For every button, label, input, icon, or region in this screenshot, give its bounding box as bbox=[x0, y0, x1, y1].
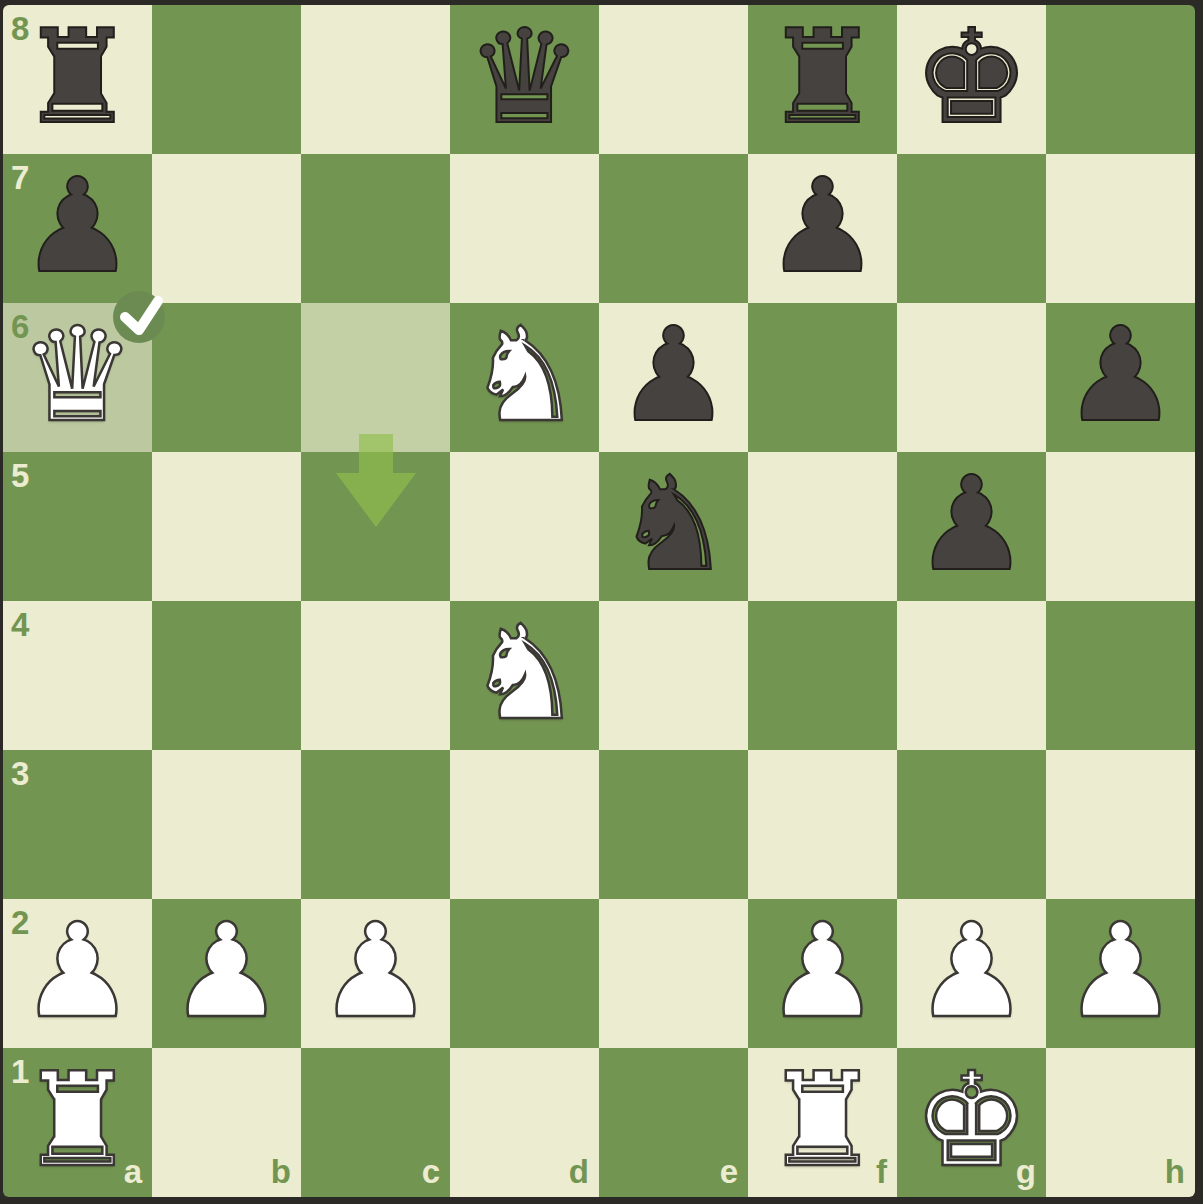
square-g7[interactable] bbox=[897, 154, 1046, 303]
square-g5[interactable]: ♟ bbox=[897, 452, 1046, 601]
square-a6[interactable]: 6♛ bbox=[3, 303, 152, 452]
square-f4[interactable] bbox=[748, 601, 897, 750]
square-c4[interactable] bbox=[301, 601, 450, 750]
white-pawn[interactable]: ♟ bbox=[19, 906, 136, 1036]
black-pawn[interactable]: ♟ bbox=[1062, 310, 1179, 440]
square-b3[interactable] bbox=[152, 750, 301, 899]
square-h6[interactable]: ♟ bbox=[1046, 303, 1195, 452]
square-g3[interactable] bbox=[897, 750, 1046, 899]
square-a4[interactable]: 4 bbox=[3, 601, 152, 750]
square-d1[interactable]: d bbox=[450, 1048, 599, 1197]
black-pawn[interactable]: ♟ bbox=[615, 310, 732, 440]
square-b5[interactable] bbox=[152, 452, 301, 601]
white-king[interactable]: ♚ bbox=[913, 1055, 1030, 1185]
square-h3[interactable] bbox=[1046, 750, 1195, 899]
square-c1[interactable]: c bbox=[301, 1048, 450, 1197]
square-a3[interactable]: 3 bbox=[3, 750, 152, 899]
square-b1[interactable]: b bbox=[152, 1048, 301, 1197]
square-b8[interactable] bbox=[152, 5, 301, 154]
square-f7[interactable]: ♟ bbox=[748, 154, 897, 303]
square-a1[interactable]: 1a♜ bbox=[3, 1048, 152, 1197]
black-queen[interactable]: ♛ bbox=[466, 12, 583, 142]
square-d2[interactable] bbox=[450, 899, 599, 1048]
square-e3[interactable] bbox=[599, 750, 748, 899]
file-label-e: e bbox=[720, 1153, 738, 1191]
black-pawn[interactable]: ♟ bbox=[913, 459, 1030, 589]
square-c2[interactable]: ♟ bbox=[301, 899, 450, 1048]
chess-board-container: 8♜♛♜♚7♟♟6♛♞♟♟5♞♟4♞32♟♟♟♟♟♟1a♜bcdef♜g♚h bbox=[0, 0, 1203, 1204]
square-c8[interactable] bbox=[301, 5, 450, 154]
square-g1[interactable]: g♚ bbox=[897, 1048, 1046, 1197]
square-h8[interactable] bbox=[1046, 5, 1195, 154]
square-c5[interactable] bbox=[301, 452, 450, 601]
square-c7[interactable] bbox=[301, 154, 450, 303]
chess-board[interactable]: 8♜♛♜♚7♟♟6♛♞♟♟5♞♟4♞32♟♟♟♟♟♟1a♜bcdef♜g♚h bbox=[3, 5, 1195, 1197]
black-rook[interactable]: ♜ bbox=[764, 12, 881, 142]
square-f6[interactable] bbox=[748, 303, 897, 452]
square-b2[interactable]: ♟ bbox=[152, 899, 301, 1048]
square-e4[interactable] bbox=[599, 601, 748, 750]
square-f5[interactable] bbox=[748, 452, 897, 601]
square-a5[interactable]: 5 bbox=[3, 452, 152, 601]
file-label-b: b bbox=[271, 1153, 291, 1191]
square-h2[interactable]: ♟ bbox=[1046, 899, 1195, 1048]
white-rook[interactable]: ♜ bbox=[764, 1055, 881, 1185]
square-e1[interactable]: e bbox=[599, 1048, 748, 1197]
square-e2[interactable] bbox=[599, 899, 748, 1048]
file-label-c: c bbox=[422, 1153, 440, 1191]
square-h4[interactable] bbox=[1046, 601, 1195, 750]
black-knight[interactable]: ♞ bbox=[615, 459, 732, 589]
rank-label-4: 4 bbox=[11, 606, 29, 644]
square-c3[interactable] bbox=[301, 750, 450, 899]
black-king[interactable]: ♚ bbox=[913, 12, 1030, 142]
white-pawn[interactable]: ♟ bbox=[1062, 906, 1179, 1036]
file-label-d: d bbox=[569, 1153, 589, 1191]
white-knight[interactable]: ♞ bbox=[466, 310, 583, 440]
square-h7[interactable] bbox=[1046, 154, 1195, 303]
square-c6[interactable] bbox=[301, 303, 450, 452]
square-h5[interactable] bbox=[1046, 452, 1195, 601]
black-pawn[interactable]: ♟ bbox=[764, 161, 881, 291]
square-b4[interactable] bbox=[152, 601, 301, 750]
square-g4[interactable] bbox=[897, 601, 1046, 750]
square-f3[interactable] bbox=[748, 750, 897, 899]
white-pawn[interactable]: ♟ bbox=[764, 906, 881, 1036]
file-label-h: h bbox=[1165, 1153, 1185, 1191]
square-d7[interactable] bbox=[450, 154, 599, 303]
square-d6[interactable]: ♞ bbox=[450, 303, 599, 452]
square-f1[interactable]: f♜ bbox=[748, 1048, 897, 1197]
square-d3[interactable] bbox=[450, 750, 599, 899]
square-b6[interactable] bbox=[152, 303, 301, 452]
square-e5[interactable]: ♞ bbox=[599, 452, 748, 601]
square-a2[interactable]: 2♟ bbox=[3, 899, 152, 1048]
square-h1[interactable]: h bbox=[1046, 1048, 1195, 1197]
black-rook[interactable]: ♜ bbox=[19, 12, 136, 142]
square-e7[interactable] bbox=[599, 154, 748, 303]
white-pawn[interactable]: ♟ bbox=[913, 906, 1030, 1036]
square-g2[interactable]: ♟ bbox=[897, 899, 1046, 1048]
white-pawn[interactable]: ♟ bbox=[168, 906, 285, 1036]
square-d5[interactable] bbox=[450, 452, 599, 601]
square-a7[interactable]: 7♟ bbox=[3, 154, 152, 303]
square-f8[interactable]: ♜ bbox=[748, 5, 897, 154]
white-queen[interactable]: ♛ bbox=[19, 310, 136, 440]
square-g8[interactable]: ♚ bbox=[897, 5, 1046, 154]
white-rook[interactable]: ♜ bbox=[19, 1055, 136, 1185]
rank-label-5: 5 bbox=[11, 457, 29, 495]
square-g6[interactable] bbox=[897, 303, 1046, 452]
white-pawn[interactable]: ♟ bbox=[317, 906, 434, 1036]
square-b7[interactable] bbox=[152, 154, 301, 303]
black-pawn[interactable]: ♟ bbox=[19, 161, 136, 291]
white-knight[interactable]: ♞ bbox=[466, 608, 583, 738]
square-e8[interactable] bbox=[599, 5, 748, 154]
square-d4[interactable]: ♞ bbox=[450, 601, 599, 750]
square-a8[interactable]: 8♜ bbox=[3, 5, 152, 154]
square-e6[interactable]: ♟ bbox=[599, 303, 748, 452]
rank-label-3: 3 bbox=[11, 755, 29, 793]
square-f2[interactable]: ♟ bbox=[748, 899, 897, 1048]
square-d8[interactable]: ♛ bbox=[450, 5, 599, 154]
